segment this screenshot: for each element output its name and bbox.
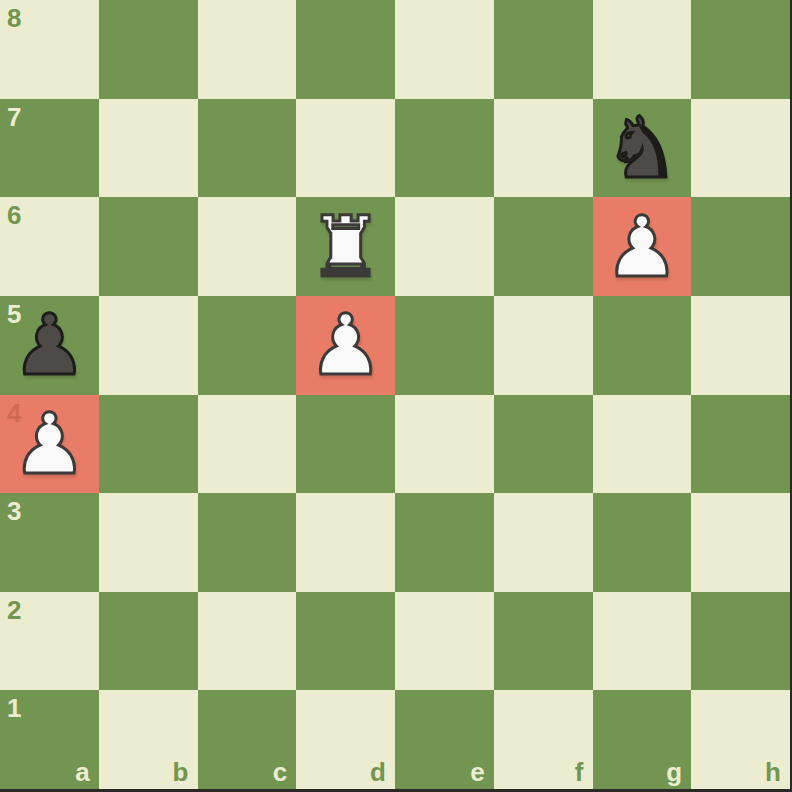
square-g1[interactable]: g: [593, 690, 692, 789]
black-knight[interactable]: ♞: [604, 106, 679, 190]
square-h3[interactable]: [691, 493, 790, 592]
file-label-f: f: [575, 759, 584, 785]
black-pawn[interactable]: ♟: [12, 303, 87, 387]
square-f2[interactable]: [494, 592, 593, 691]
rank-label-3: 3: [7, 498, 21, 524]
square-e5[interactable]: [395, 296, 494, 395]
square-c3[interactable]: [198, 493, 297, 592]
square-b3[interactable]: [99, 493, 198, 592]
square-d4[interactable]: [296, 395, 395, 494]
square-b1[interactable]: b: [99, 690, 198, 789]
square-a7[interactable]: 7: [0, 99, 99, 198]
file-label-a: a: [75, 759, 89, 785]
square-a3[interactable]: 3: [0, 493, 99, 592]
square-h6[interactable]: [691, 197, 790, 296]
white-pawn[interactable]: ♟: [308, 303, 383, 387]
square-e1[interactable]: e: [395, 690, 494, 789]
square-d7[interactable]: [296, 99, 395, 198]
square-a8[interactable]: 8: [0, 0, 99, 99]
file-label-b: b: [173, 759, 189, 785]
rank-label-8: 8: [7, 5, 21, 31]
chess-board: 87♞6♜♟5♟♟4♟321abcdefgh: [0, 0, 790, 789]
page-background: 87♞6♜♟5♟♟4♟321abcdefgh: [0, 0, 792, 792]
rank-label-1: 1: [7, 695, 21, 721]
rank-label-6: 6: [7, 202, 21, 228]
square-h5[interactable]: [691, 296, 790, 395]
white-rook[interactable]: ♜: [308, 205, 383, 289]
square-e3[interactable]: [395, 493, 494, 592]
file-label-e: e: [470, 759, 484, 785]
square-g5[interactable]: [593, 296, 692, 395]
square-a4[interactable]: 4♟: [0, 395, 99, 494]
square-g4[interactable]: [593, 395, 692, 494]
square-a2[interactable]: 2: [0, 592, 99, 691]
square-a1[interactable]: 1a: [0, 690, 99, 789]
square-d3[interactable]: [296, 493, 395, 592]
square-e4[interactable]: [395, 395, 494, 494]
white-pawn[interactable]: ♟: [12, 402, 87, 486]
square-b4[interactable]: [99, 395, 198, 494]
square-a6[interactable]: 6: [0, 197, 99, 296]
square-g8[interactable]: [593, 0, 692, 99]
square-g3[interactable]: [593, 493, 692, 592]
square-g7[interactable]: ♞: [593, 99, 692, 198]
file-label-h: h: [765, 759, 781, 785]
square-h4[interactable]: [691, 395, 790, 494]
square-c6[interactable]: [198, 197, 297, 296]
square-b7[interactable]: [99, 99, 198, 198]
rank-label-2: 2: [7, 597, 21, 623]
square-d1[interactable]: d: [296, 690, 395, 789]
file-label-d: d: [370, 759, 386, 785]
square-f8[interactable]: [494, 0, 593, 99]
square-c4[interactable]: [198, 395, 297, 494]
square-f7[interactable]: [494, 99, 593, 198]
square-c5[interactable]: [198, 296, 297, 395]
square-d6[interactable]: ♜: [296, 197, 395, 296]
square-h7[interactable]: [691, 99, 790, 198]
square-f5[interactable]: [494, 296, 593, 395]
square-d8[interactable]: [296, 0, 395, 99]
square-d2[interactable]: [296, 592, 395, 691]
square-b8[interactable]: [99, 0, 198, 99]
file-label-g: g: [666, 759, 682, 785]
square-b2[interactable]: [99, 592, 198, 691]
square-d5[interactable]: ♟: [296, 296, 395, 395]
square-b6[interactable]: [99, 197, 198, 296]
square-c1[interactable]: c: [198, 690, 297, 789]
square-c2[interactable]: [198, 592, 297, 691]
square-e2[interactable]: [395, 592, 494, 691]
square-e8[interactable]: [395, 0, 494, 99]
white-pawn[interactable]: ♟: [604, 205, 679, 289]
square-h8[interactable]: [691, 0, 790, 99]
square-c7[interactable]: [198, 99, 297, 198]
square-f4[interactable]: [494, 395, 593, 494]
square-a5[interactable]: 5♟: [0, 296, 99, 395]
square-b5[interactable]: [99, 296, 198, 395]
file-label-c: c: [273, 759, 287, 785]
square-g2[interactable]: [593, 592, 692, 691]
square-h1[interactable]: h: [691, 690, 790, 789]
square-h2[interactable]: [691, 592, 790, 691]
square-f6[interactable]: [494, 197, 593, 296]
rank-label-7: 7: [7, 104, 21, 130]
square-g6[interactable]: ♟: [593, 197, 692, 296]
square-c8[interactable]: [198, 0, 297, 99]
square-f3[interactable]: [494, 493, 593, 592]
square-e6[interactable]: [395, 197, 494, 296]
square-e7[interactable]: [395, 99, 494, 198]
square-f1[interactable]: f: [494, 690, 593, 789]
